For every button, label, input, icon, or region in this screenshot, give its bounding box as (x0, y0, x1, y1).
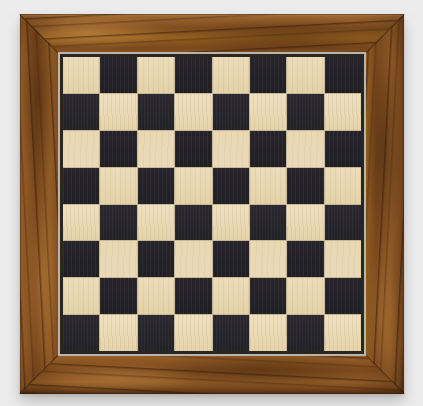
square-e4[interactable] (213, 205, 249, 241)
square-a4[interactable] (63, 205, 99, 241)
square-e7[interactable] (213, 94, 249, 130)
square-b8[interactable] (100, 57, 136, 93)
square-c3[interactable] (138, 241, 174, 277)
square-g2[interactable] (287, 278, 323, 314)
square-d1[interactable] (175, 315, 211, 351)
square-e3[interactable] (213, 241, 249, 277)
square-h5[interactable] (325, 168, 361, 204)
square-c8[interactable] (138, 57, 174, 93)
square-h1[interactable] (325, 315, 361, 351)
square-d8[interactable] (175, 57, 211, 93)
square-f2[interactable] (250, 278, 286, 314)
frame-bottom-plank (20, 354, 404, 394)
chessboard-grid (63, 57, 361, 351)
square-b1[interactable] (100, 315, 136, 351)
frame-left-plank (20, 14, 60, 394)
square-b4[interactable] (100, 205, 136, 241)
square-h4[interactable] (325, 205, 361, 241)
square-d3[interactable] (175, 241, 211, 277)
square-e5[interactable] (213, 168, 249, 204)
square-h3[interactable] (325, 241, 361, 277)
square-b5[interactable] (100, 168, 136, 204)
square-h6[interactable] (325, 131, 361, 167)
square-f6[interactable] (250, 131, 286, 167)
playing-field (60, 54, 364, 354)
square-g3[interactable] (287, 241, 323, 277)
square-d4[interactable] (175, 205, 211, 241)
square-h2[interactable] (325, 278, 361, 314)
square-c6[interactable] (138, 131, 174, 167)
square-c1[interactable] (138, 315, 174, 351)
square-a2[interactable] (63, 278, 99, 314)
square-a8[interactable] (63, 57, 99, 93)
square-b2[interactable] (100, 278, 136, 314)
square-h7[interactable] (325, 94, 361, 130)
square-g7[interactable] (287, 94, 323, 130)
square-g5[interactable] (287, 168, 323, 204)
square-f3[interactable] (250, 241, 286, 277)
square-a5[interactable] (63, 168, 99, 204)
square-d2[interactable] (175, 278, 211, 314)
square-f7[interactable] (250, 94, 286, 130)
page-background: { "game": "chess", "board": { "size": 8,… (0, 0, 423, 406)
square-a6[interactable] (63, 131, 99, 167)
square-e6[interactable] (213, 131, 249, 167)
square-f8[interactable] (250, 57, 286, 93)
square-c4[interactable] (138, 205, 174, 241)
square-d5[interactable] (175, 168, 211, 204)
square-h8[interactable] (325, 57, 361, 93)
square-g8[interactable] (287, 57, 323, 93)
square-c2[interactable] (138, 278, 174, 314)
square-e1[interactable] (213, 315, 249, 351)
square-b6[interactable] (100, 131, 136, 167)
square-e8[interactable] (213, 57, 249, 93)
square-g6[interactable] (287, 131, 323, 167)
square-g1[interactable] (287, 315, 323, 351)
square-c5[interactable] (138, 168, 174, 204)
frame-top-plank (20, 14, 404, 54)
square-a1[interactable] (63, 315, 99, 351)
square-b7[interactable] (100, 94, 136, 130)
square-g4[interactable] (287, 205, 323, 241)
square-f4[interactable] (250, 205, 286, 241)
square-d6[interactable] (175, 131, 211, 167)
square-a3[interactable] (63, 241, 99, 277)
square-e2[interactable] (213, 278, 249, 314)
square-a7[interactable] (63, 94, 99, 130)
square-b3[interactable] (100, 241, 136, 277)
frame-right-plank (364, 14, 404, 394)
square-c7[interactable] (138, 94, 174, 130)
chessboard (20, 14, 404, 394)
square-d7[interactable] (175, 94, 211, 130)
square-f5[interactable] (250, 168, 286, 204)
square-f1[interactable] (250, 315, 286, 351)
